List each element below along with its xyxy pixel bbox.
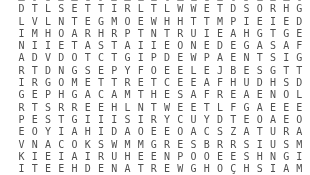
grid-cell[interactable]: L — [41, 3, 54, 15]
grid-cell[interactable]: E — [81, 101, 94, 113]
grid-cell[interactable]: O — [174, 126, 187, 138]
grid-cell[interactable]: B — [227, 65, 240, 77]
grid-cell[interactable]: I — [108, 3, 121, 15]
grid-cell[interactable]: E — [134, 151, 147, 163]
grid-cell[interactable]: O — [28, 126, 41, 138]
grid-cell[interactable]: I — [41, 40, 54, 52]
grid-cell[interactable]: I — [134, 52, 147, 64]
grid-cell[interactable]: R — [161, 138, 174, 150]
grid-cell[interactable]: H — [147, 89, 160, 101]
grid-cell[interactable]: V — [15, 138, 28, 150]
grid-cell[interactable]: E — [41, 151, 54, 163]
grid-cell[interactable]: R — [108, 28, 121, 40]
grid-cell[interactable]: T — [94, 3, 107, 15]
grid-cell[interactable]: N — [147, 28, 160, 40]
grid-cell[interactable]: I — [55, 126, 68, 138]
grid-cell[interactable]: G — [121, 52, 134, 64]
grid-cell[interactable]: S — [213, 126, 226, 138]
grid-cell[interactable]: T — [200, 15, 213, 27]
grid-cell[interactable]: N — [134, 101, 147, 113]
grid-cell[interactable]: E — [187, 77, 200, 89]
grid-cell[interactable]: A — [108, 89, 121, 101]
grid-cell[interactable]: L — [293, 89, 306, 101]
grid-cell[interactable]: A — [81, 40, 94, 52]
grid-cell[interactable]: R — [15, 65, 28, 77]
grid-cell[interactable]: O — [253, 3, 266, 15]
grid-cell[interactable]: O — [134, 126, 147, 138]
grid-cell[interactable]: M — [121, 89, 134, 101]
grid-cell[interactable]: N — [161, 151, 174, 163]
grid-cell[interactable]: A — [121, 40, 134, 52]
grid-cell[interactable]: N — [108, 163, 121, 175]
grid-cell[interactable]: M — [108, 15, 121, 27]
grid-cell[interactable]: U — [240, 77, 253, 89]
grid-cell[interactable]: T — [253, 126, 266, 138]
grid-cell[interactable]: G — [41, 77, 54, 89]
grid-cell[interactable]: S — [121, 114, 134, 126]
grid-cell[interactable]: S — [81, 65, 94, 77]
grid-cell[interactable]: G — [187, 163, 200, 175]
grid-cell[interactable]: S — [266, 52, 279, 64]
grid-cell[interactable]: M — [121, 138, 134, 150]
grid-cell[interactable]: R — [213, 138, 226, 150]
grid-cell[interactable]: G — [68, 65, 81, 77]
grid-cell[interactable]: R — [81, 28, 94, 40]
grid-cell[interactable]: O — [147, 65, 160, 77]
grid-cell[interactable]: I — [81, 151, 94, 163]
grid-cell[interactable]: T — [213, 3, 226, 15]
grid-cell[interactable]: S — [240, 151, 253, 163]
grid-cell[interactable]: G — [68, 89, 81, 101]
grid-cell[interactable]: F — [134, 65, 147, 77]
grid-cell[interactable]: G — [293, 3, 306, 15]
grid-cell[interactable]: I — [134, 40, 147, 52]
grid-cell[interactable]: B — [200, 138, 213, 150]
grid-cell[interactable]: A — [68, 28, 81, 40]
grid-cell[interactable]: N — [55, 65, 68, 77]
grid-cell[interactable]: K — [15, 151, 28, 163]
grid-cell[interactable]: G — [240, 40, 253, 52]
grid-cell[interactable]: E — [213, 151, 226, 163]
grid-cell[interactable]: R — [28, 77, 41, 89]
grid-cell[interactable]: R — [121, 77, 134, 89]
grid-cell[interactable]: A — [121, 163, 134, 175]
grid-cell[interactable]: G — [253, 28, 266, 40]
grid-cell[interactable]: A — [253, 40, 266, 52]
grid-cell[interactable]: T — [253, 52, 266, 64]
grid-cell[interactable]: E — [280, 15, 293, 27]
grid-cell[interactable]: T — [147, 3, 160, 15]
grid-cell[interactable]: N — [55, 15, 68, 27]
grid-cell[interactable]: P — [174, 151, 187, 163]
grid-cell[interactable]: L — [15, 15, 28, 27]
grid-cell[interactable]: L — [161, 3, 174, 15]
grid-cell[interactable]: H — [240, 28, 253, 40]
grid-cell[interactable]: T — [147, 77, 160, 89]
grid-cell[interactable]: H — [253, 151, 266, 163]
grid-cell[interactable]: H — [227, 77, 240, 89]
grid-cell[interactable]: K — [81, 138, 94, 150]
grid-cell[interactable]: T — [200, 101, 213, 113]
grid-cell[interactable]: T — [94, 77, 107, 89]
grid-cell[interactable]: P — [15, 114, 28, 126]
grid-cell[interactable]: N — [187, 40, 200, 52]
grid-cell[interactable]: U — [108, 151, 121, 163]
grid-cell[interactable]: E — [253, 89, 266, 101]
grid-cell[interactable]: E — [134, 77, 147, 89]
grid-cell[interactable]: R — [94, 151, 107, 163]
grid-cell[interactable]: T — [108, 52, 121, 64]
grid-cell[interactable]: E — [41, 163, 54, 175]
grid-cell[interactable]: A — [213, 52, 226, 64]
grid-cell[interactable]: T — [280, 65, 293, 77]
grid-cell[interactable]: I — [15, 163, 28, 175]
grid-cell[interactable]: V — [28, 15, 41, 27]
grid-cell[interactable]: L — [121, 101, 134, 113]
grid-cell[interactable]: D — [28, 52, 41, 64]
grid-cell[interactable]: I — [81, 114, 94, 126]
grid-cell[interactable]: P — [108, 65, 121, 77]
grid-cell[interactable]: R — [147, 114, 160, 126]
grid-cell[interactable]: M — [293, 138, 306, 150]
grid-cell[interactable]: W — [174, 3, 187, 15]
grid-cell[interactable]: E — [174, 77, 187, 89]
grid-cell[interactable]: R — [266, 3, 279, 15]
grid-cell[interactable]: E — [174, 138, 187, 150]
grid-cell[interactable]: T — [134, 89, 147, 101]
grid-cell[interactable]: R — [174, 28, 187, 40]
grid-cell[interactable]: T — [187, 15, 200, 27]
grid-cell[interactable]: E — [227, 52, 240, 64]
grid-cell[interactable]: F — [213, 77, 226, 89]
grid-cell[interactable]: E — [293, 101, 306, 113]
grid-cell[interactable]: G — [240, 101, 253, 113]
grid-cell[interactable]: G — [280, 28, 293, 40]
grid-cell[interactable]: E — [15, 126, 28, 138]
grid-cell[interactable]: M — [68, 77, 81, 89]
grid-cell[interactable]: S — [240, 138, 253, 150]
grid-cell[interactable]: G — [15, 89, 28, 101]
grid-cell[interactable]: P — [121, 28, 134, 40]
grid-cell[interactable]: S — [41, 114, 54, 126]
grid-cell[interactable]: O — [187, 151, 200, 163]
grid-cell[interactable]: A — [280, 163, 293, 175]
grid-cell[interactable]: E — [161, 163, 174, 175]
grid-cell[interactable]: P — [200, 52, 213, 64]
grid-cell[interactable]: I — [240, 15, 253, 27]
grid-cell[interactable]: S — [41, 101, 54, 113]
grid-cell[interactable]: A — [240, 126, 253, 138]
grid-cell[interactable]: F — [227, 101, 240, 113]
grid-cell[interactable]: A — [68, 151, 81, 163]
grid-cell[interactable]: N — [266, 89, 279, 101]
grid-cell[interactable]: S — [280, 77, 293, 89]
grid-cell[interactable]: E — [280, 101, 293, 113]
grid-cell[interactable]: I — [134, 114, 147, 126]
grid-cell[interactable]: O — [213, 163, 226, 175]
grid-cell[interactable]: O — [55, 28, 68, 40]
grid-cell[interactable]: R — [227, 138, 240, 150]
grid-cell[interactable]: A — [200, 77, 213, 89]
grid-cell[interactable]: S — [240, 3, 253, 15]
grid-cell[interactable]: S — [187, 138, 200, 150]
grid-cell[interactable]: I — [28, 40, 41, 52]
grid-cell[interactable]: G — [94, 15, 107, 27]
grid-cell[interactable]: D — [253, 77, 266, 89]
grid-cell[interactable]: E — [147, 126, 160, 138]
grid-cell[interactable]: E — [161, 89, 174, 101]
grid-cell[interactable]: C — [55, 138, 68, 150]
grid-cell[interactable]: D — [227, 3, 240, 15]
grid-cell[interactable]: E — [174, 65, 187, 77]
grid-cell[interactable]: F — [200, 89, 213, 101]
grid-cell[interactable]: D — [41, 65, 54, 77]
grid-cell[interactable]: S — [174, 89, 187, 101]
grid-cell[interactable]: Z — [227, 126, 240, 138]
grid-cell[interactable]: H — [200, 163, 213, 175]
grid-cell[interactable]: E — [240, 114, 253, 126]
grid-cell[interactable]: E — [227, 40, 240, 52]
grid-cell[interactable]: H — [41, 28, 54, 40]
grid-cell[interactable]: I — [200, 28, 213, 40]
grid-cell[interactable]: S — [94, 138, 107, 150]
grid-cell[interactable]: D — [293, 15, 306, 27]
grid-cell[interactable]: M — [213, 15, 226, 27]
grid-cell[interactable]: A — [41, 138, 54, 150]
grid-cell[interactable]: I — [266, 163, 279, 175]
grid-cell[interactable]: O — [200, 151, 213, 163]
grid-cell[interactable]: J — [213, 65, 226, 77]
grid-cell[interactable]: M — [28, 28, 41, 40]
grid-cell[interactable]: R — [68, 101, 81, 113]
grid-cell[interactable]: E — [200, 40, 213, 52]
grid-cell[interactable]: T — [134, 28, 147, 40]
grid-cell[interactable]: O — [68, 138, 81, 150]
grid-cell[interactable]: O — [68, 52, 81, 64]
grid-cell[interactable]: N — [28, 138, 41, 150]
grid-cell[interactable]: A — [280, 40, 293, 52]
grid-cell[interactable]: I — [108, 114, 121, 126]
grid-cell[interactable]: T — [293, 65, 306, 77]
grid-cell[interactable]: T — [28, 163, 41, 175]
grid-cell[interactable]: O — [55, 77, 68, 89]
grid-cell[interactable]: A — [266, 114, 279, 126]
grid-cell[interactable]: N — [240, 52, 253, 64]
grid-cell[interactable]: I — [15, 77, 28, 89]
grid-cell[interactable]: A — [121, 126, 134, 138]
grid-cell[interactable]: E — [293, 28, 306, 40]
grid-cell[interactable]: O — [253, 114, 266, 126]
grid-cell[interactable]: T — [81, 3, 94, 15]
grid-cell[interactable]: E — [161, 40, 174, 52]
grid-cell[interactable]: P — [147, 52, 160, 64]
grid-cell[interactable]: H — [108, 101, 121, 113]
grid-cell[interactable]: W — [174, 163, 187, 175]
grid-cell[interactable]: W — [187, 52, 200, 64]
grid-cell[interactable]: E — [147, 151, 160, 163]
grid-cell[interactable]: D — [55, 52, 68, 64]
grid-cell[interactable]: C — [200, 126, 213, 138]
grid-cell[interactable]: A — [227, 28, 240, 40]
grid-cell[interactable]: R — [121, 3, 134, 15]
grid-cell[interactable]: O — [174, 40, 187, 52]
grid-cell[interactable]: D — [81, 163, 94, 175]
grid-cell[interactable]: S — [253, 163, 266, 175]
grid-cell[interactable]: R — [280, 126, 293, 138]
grid-cell[interactable]: E — [94, 163, 107, 175]
grid-cell[interactable]: E — [81, 15, 94, 27]
grid-cell[interactable]: L — [187, 65, 200, 77]
grid-cell[interactable]: U — [187, 28, 200, 40]
grid-cell[interactable]: E — [161, 65, 174, 77]
grid-cell[interactable]: E — [280, 114, 293, 126]
grid-cell[interactable]: Y — [121, 65, 134, 77]
grid-cell[interactable]: R — [147, 163, 160, 175]
grid-cell[interactable]: R — [213, 89, 226, 101]
grid-cell[interactable]: U — [266, 138, 279, 150]
grid-cell[interactable]: G — [266, 65, 279, 77]
grid-cell[interactable]: D — [213, 114, 226, 126]
grid-cell[interactable]: E — [161, 126, 174, 138]
grid-cell[interactable]: E — [68, 3, 81, 15]
grid-cell[interactable]: I — [280, 52, 293, 64]
grid-cell[interactable]: F — [293, 40, 306, 52]
grid-cell[interactable]: W — [108, 138, 121, 150]
grid-cell[interactable]: Y — [200, 114, 213, 126]
grid-cell[interactable]: V — [41, 52, 54, 64]
grid-cell[interactable]: E — [81, 77, 94, 89]
grid-cell[interactable]: I — [293, 151, 306, 163]
grid-cell[interactable]: C — [94, 52, 107, 64]
grid-cell[interactable]: G — [68, 114, 81, 126]
grid-cell[interactable]: A — [253, 101, 266, 113]
grid-cell[interactable]: T — [28, 65, 41, 77]
grid-cell[interactable]: W — [187, 3, 200, 15]
grid-cell[interactable]: E — [134, 15, 147, 27]
grid-cell[interactable]: E — [240, 65, 253, 77]
grid-cell[interactable]: E — [174, 52, 187, 64]
grid-cell[interactable]: I — [94, 114, 107, 126]
grid-cell[interactable]: R — [15, 101, 28, 113]
grid-cell[interactable]: H — [68, 163, 81, 175]
grid-cell[interactable]: E — [227, 151, 240, 163]
grid-cell[interactable]: L — [213, 101, 226, 113]
grid-cell[interactable]: S — [94, 40, 107, 52]
grid-cell[interactable]: T — [161, 28, 174, 40]
grid-cell[interactable]: E — [200, 65, 213, 77]
grid-cell[interactable]: D — [108, 126, 121, 138]
grid-cell[interactable]: M — [134, 138, 147, 150]
grid-cell[interactable]: I — [94, 126, 107, 138]
grid-cell[interactable]: H — [81, 126, 94, 138]
grid-cell[interactable]: N — [266, 151, 279, 163]
grid-cell[interactable]: E — [200, 3, 213, 15]
grid-cell[interactable]: U — [266, 126, 279, 138]
grid-cell[interactable]: E — [187, 101, 200, 113]
grid-cell[interactable]: T — [28, 101, 41, 113]
grid-cell[interactable]: I — [55, 151, 68, 163]
grid-cell[interactable]: Y — [41, 126, 54, 138]
grid-cell[interactable]: D — [213, 40, 226, 52]
grid-cell[interactable]: P — [41, 89, 54, 101]
grid-cell[interactable]: L — [41, 15, 54, 27]
grid-cell[interactable]: O — [293, 114, 306, 126]
grid-cell[interactable]: S — [266, 40, 279, 52]
grid-cell[interactable]: L — [134, 3, 147, 15]
grid-cell[interactable]: E — [174, 101, 187, 113]
grid-cell[interactable]: A — [68, 126, 81, 138]
grid-cell[interactable]: G — [147, 138, 160, 150]
grid-cell[interactable]: H — [174, 15, 187, 27]
grid-cell[interactable]: E — [28, 89, 41, 101]
grid-cell[interactable]: A — [81, 89, 94, 101]
grid-cell[interactable]: Y — [161, 114, 174, 126]
grid-cell[interactable]: W — [147, 15, 160, 27]
grid-cell[interactable]: E — [94, 65, 107, 77]
grid-cell[interactable]: G — [280, 151, 293, 163]
grid-cell[interactable]: H — [266, 77, 279, 89]
grid-cell[interactable]: E — [253, 15, 266, 27]
grid-cell[interactable]: Ç — [227, 163, 240, 175]
grid-cell[interactable]: D — [293, 77, 306, 89]
grid-cell[interactable]: S — [253, 65, 266, 77]
grid-cell[interactable]: T — [68, 40, 81, 52]
grid-cell[interactable]: C — [94, 89, 107, 101]
grid-cell[interactable]: I — [28, 151, 41, 163]
grid-cell[interactable]: E — [55, 40, 68, 52]
grid-cell[interactable]: E — [28, 114, 41, 126]
grid-cell[interactable]: N — [15, 40, 28, 52]
grid-cell[interactable]: A — [240, 89, 253, 101]
grid-cell[interactable]: T — [108, 77, 121, 89]
grid-cell[interactable]: H — [94, 28, 107, 40]
grid-cell[interactable]: O — [280, 89, 293, 101]
grid-cell[interactable]: R — [55, 101, 68, 113]
grid-cell[interactable]: E — [55, 163, 68, 175]
grid-cell[interactable]: U — [187, 114, 200, 126]
grid-cell[interactable]: C — [174, 114, 187, 126]
grid-cell[interactable]: D — [15, 3, 28, 15]
grid-cell[interactable]: H — [240, 163, 253, 175]
grid-cell[interactable]: E — [227, 89, 240, 101]
grid-cell[interactable]: T — [55, 114, 68, 126]
grid-cell[interactable]: O — [121, 15, 134, 27]
grid-cell[interactable]: T — [81, 52, 94, 64]
grid-cell[interactable]: A — [187, 126, 200, 138]
grid-cell[interactable]: H — [55, 89, 68, 101]
grid-cell[interactable]: C — [161, 77, 174, 89]
grid-cell[interactable]: G — [293, 52, 306, 64]
grid-cell[interactable]: T — [147, 101, 160, 113]
grid-cell[interactable]: T — [28, 3, 41, 15]
grid-cell[interactable]: A — [187, 89, 200, 101]
grid-cell[interactable]: S — [280, 138, 293, 150]
grid-cell[interactable]: I — [15, 28, 28, 40]
grid-cell[interactable]: M — [293, 163, 306, 175]
grid-cell[interactable]: T — [266, 28, 279, 40]
grid-cell[interactable]: E — [94, 101, 107, 113]
grid-cell[interactable]: T — [134, 163, 147, 175]
grid-cell[interactable]: H — [161, 15, 174, 27]
grid-cell[interactable]: E — [213, 28, 226, 40]
grid-cell[interactable]: T — [227, 114, 240, 126]
grid-cell[interactable]: E — [266, 101, 279, 113]
grid-cell[interactable]: S — [55, 3, 68, 15]
grid-cell[interactable]: T — [68, 15, 81, 27]
grid-cell[interactable]: A — [293, 126, 306, 138]
grid-cell[interactable]: I — [253, 138, 266, 150]
grid-cell[interactable]: I — [147, 40, 160, 52]
